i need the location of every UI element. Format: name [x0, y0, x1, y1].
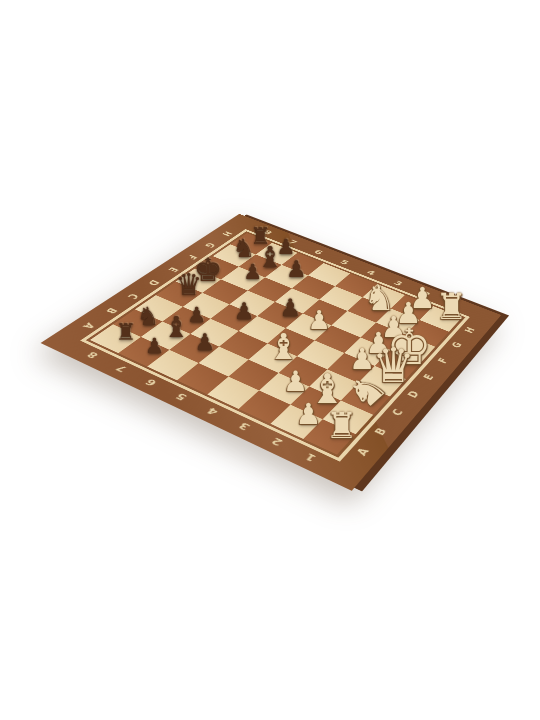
- black-rook-a8[interactable]: ♜: [115, 321, 136, 344]
- black-pawn-b6[interactable]: ♟: [195, 331, 216, 354]
- white-pawn-e4[interactable]: ♟: [307, 307, 330, 333]
- black-pawn-c7[interactable]: ♟: [187, 305, 206, 326]
- black-pawn-a7[interactable]: ♟: [145, 336, 164, 357]
- black-queen-d8[interactable]: ♛: [175, 270, 202, 300]
- white-rook-h1[interactable]: ♜: [435, 289, 467, 325]
- white-bishop-c4[interactable]: ♝: [268, 329, 300, 365]
- product-photo-background: AA11BB22CC33DD44EE55FF66GG77HH88 ♜♞♛♚♞♜♟…: [0, 0, 540, 720]
- black-bishop-b7[interactable]: ♝: [163, 313, 189, 342]
- white-rook-a1[interactable]: ♜: [326, 408, 358, 444]
- black-pawn-f7[interactable]: ♟: [243, 263, 262, 284]
- pieces-layer: ♜♞♛♚♞♜♟♝♟♟♝♟♟♟♟♟♝♟♟♞♟♝♟♟♟♟♟♜♞♛♚♜: [0, 0, 540, 720]
- black-pawn-d6[interactable]: ♟: [234, 300, 255, 323]
- black-pawn-g6[interactable]: ♟: [286, 259, 307, 282]
- black-knight-b8[interactable]: ♞: [137, 304, 159, 329]
- white-pawn-b3[interactable]: ♟: [283, 367, 308, 395]
- black-knight-g8[interactable]: ♞: [232, 236, 254, 261]
- white-pawn-a2[interactable]: ♟: [296, 400, 322, 429]
- black-pawn-e5[interactable]: ♟: [280, 296, 302, 320]
